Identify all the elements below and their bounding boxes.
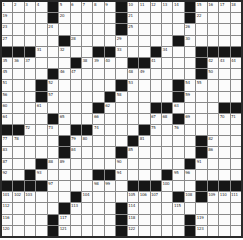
cell-r19c15[interactable] xyxy=(162,203,172,213)
cell-r18c6[interactable] xyxy=(59,192,69,202)
cell-r19c2[interactable] xyxy=(13,203,23,213)
cell-r16c18[interactable] xyxy=(196,170,206,180)
cell-r1c3[interactable]: 3 xyxy=(25,2,35,12)
cell-r18c1[interactable]: 101 xyxy=(2,192,12,202)
cell-r3c20[interactable] xyxy=(219,24,229,34)
cell-r11c19[interactable] xyxy=(208,114,218,124)
cell-r9c19[interactable] xyxy=(208,92,218,102)
cell-r6c3[interactable]: 37 xyxy=(25,58,35,68)
cell-r8c1[interactable]: 51 xyxy=(2,80,12,90)
cell-r1c9[interactable]: 8 xyxy=(93,2,103,12)
cell-r11c1[interactable]: 64 xyxy=(2,114,12,124)
cell-r4c15[interactable] xyxy=(162,36,172,46)
cell-r21c12[interactable]: 122 xyxy=(128,226,138,236)
cell-r19c8[interactable] xyxy=(82,203,92,213)
cell-r21c4[interactable] xyxy=(36,226,46,236)
cell-r19c14[interactable] xyxy=(151,203,161,213)
cell-r21c6[interactable]: 121 xyxy=(59,226,69,236)
cell-r2c16[interactable] xyxy=(173,13,183,23)
cell-r3c2[interactable] xyxy=(13,24,23,34)
cell-r12c12[interactable] xyxy=(128,125,138,135)
cell-r20c10[interactable] xyxy=(105,215,115,225)
cell-r3c12[interactable]: 25 xyxy=(128,24,138,34)
cell-r15c2[interactable] xyxy=(13,159,23,169)
cell-r7c19[interactable]: 50 xyxy=(208,69,218,79)
cell-r15c7[interactable] xyxy=(71,159,81,169)
cell-r2c7[interactable] xyxy=(71,13,81,23)
cell-r19c4[interactable] xyxy=(36,203,46,213)
cell-r10c5[interactable] xyxy=(48,103,58,113)
cell-r19c1[interactable]: 112 xyxy=(2,203,12,213)
cell-r16c20[interactable] xyxy=(219,170,229,180)
cell-r13c5[interactable] xyxy=(48,136,58,146)
cell-r14c9[interactable] xyxy=(93,147,103,157)
cell-r1c15[interactable]: 13 xyxy=(162,2,172,12)
cell-r3c17[interactable]: 26 xyxy=(185,24,195,34)
cell-r17c5[interactable]: 97 xyxy=(48,181,58,191)
cell-r1c10[interactable]: 9 xyxy=(105,2,115,12)
cell-r5c16[interactable] xyxy=(173,47,183,57)
cell-r7c11[interactable] xyxy=(116,69,126,79)
cell-r18c14[interactable]: 107 xyxy=(151,192,161,202)
cell-r13c9[interactable] xyxy=(93,136,103,146)
cell-r6c5[interactable] xyxy=(48,58,58,68)
cell-r3c18[interactable] xyxy=(196,24,206,34)
cell-r7c14[interactable] xyxy=(151,69,161,79)
cell-r9c5[interactable]: 57 xyxy=(48,92,58,102)
cell-r7c21[interactable] xyxy=(231,69,241,79)
cell-r17c7[interactable] xyxy=(71,181,81,191)
cell-r19c19[interactable] xyxy=(208,203,218,213)
cell-r7c15[interactable] xyxy=(162,69,172,79)
cell-r2c13[interactable] xyxy=(139,13,149,23)
cell-r21c9[interactable] xyxy=(93,226,103,236)
cell-r2c8[interactable] xyxy=(82,13,92,23)
cell-r15c16[interactable] xyxy=(173,159,183,169)
cell-r4c14[interactable] xyxy=(151,36,161,46)
cell-r4c10[interactable] xyxy=(105,36,115,46)
cell-r16c19[interactable] xyxy=(208,170,218,180)
cell-r14c14[interactable] xyxy=(151,147,161,157)
cell-r18c17[interactable]: 108 xyxy=(185,192,195,202)
cell-r2c6[interactable]: 20 xyxy=(59,13,69,23)
cell-r11c17[interactable]: 69 xyxy=(185,114,195,124)
cell-r11c4[interactable] xyxy=(36,114,46,124)
cell-r1c8[interactable]: 7 xyxy=(82,2,92,12)
cell-r19c20[interactable] xyxy=(219,203,229,213)
cell-r21c21[interactable] xyxy=(231,226,241,236)
cell-r16c21[interactable] xyxy=(231,170,241,180)
cell-r15c14[interactable] xyxy=(151,159,161,169)
cell-r9c3[interactable] xyxy=(25,92,35,102)
cell-r11c21[interactable]: 71 xyxy=(231,114,241,124)
cell-r13c1[interactable]: 77 xyxy=(2,136,12,146)
cell-r5c11[interactable]: 33 xyxy=(116,47,126,57)
cell-r7c8[interactable] xyxy=(82,69,92,79)
cell-r21c16[interactable] xyxy=(173,226,183,236)
cell-r3c15[interactable] xyxy=(162,24,172,34)
cell-r21c20[interactable] xyxy=(219,226,229,236)
cell-r12c19[interactable] xyxy=(208,125,218,135)
cell-r14c8[interactable] xyxy=(82,147,92,157)
cell-r10c19[interactable] xyxy=(208,103,218,113)
cell-r13c21[interactable] xyxy=(231,136,241,146)
cell-r18c10[interactable] xyxy=(105,192,115,202)
cell-r10c8[interactable] xyxy=(82,103,92,113)
cell-r2c9[interactable] xyxy=(93,13,103,23)
cell-r3c9[interactable] xyxy=(93,24,103,34)
cell-r7c12[interactable]: 48 xyxy=(128,69,138,79)
cell-r6c15[interactable] xyxy=(162,58,172,68)
cell-r11c12[interactable] xyxy=(128,114,138,124)
cell-r13c17[interactable] xyxy=(185,136,195,146)
cell-r9c7[interactable] xyxy=(71,92,81,102)
cell-r14c20[interactable] xyxy=(219,147,229,157)
cell-r20c1[interactable]: 116 xyxy=(2,215,12,225)
cell-r9c13[interactable] xyxy=(139,92,149,102)
cell-r14c10[interactable] xyxy=(105,147,115,157)
cell-r5c6[interactable]: 32 xyxy=(59,47,69,57)
cell-r7c17[interactable] xyxy=(185,69,195,79)
cell-r15c1[interactable]: 87 xyxy=(2,159,12,169)
cell-r3c14[interactable] xyxy=(151,24,161,34)
cell-r13c20[interactable] xyxy=(219,136,229,146)
cell-r3c5[interactable]: 24 xyxy=(48,24,58,34)
cell-r2c12[interactable]: 21 xyxy=(128,13,138,23)
cell-r18c19[interactable]: 109 xyxy=(208,192,218,202)
cell-r16c16[interactable]: 95 xyxy=(173,170,183,180)
cell-r6c16[interactable] xyxy=(173,58,183,68)
cell-r10c12[interactable] xyxy=(128,103,138,113)
cell-r17c8[interactable] xyxy=(82,181,92,191)
cell-r6c9[interactable]: 39 xyxy=(93,58,103,68)
cell-r6c11[interactable] xyxy=(116,58,126,68)
cell-r4c11[interactable]: 29 xyxy=(116,36,126,46)
cell-r13c8[interactable]: 80 xyxy=(82,136,92,146)
cell-r21c15[interactable] xyxy=(162,226,172,236)
cell-r15c20[interactable] xyxy=(219,159,229,169)
cell-r19c13[interactable] xyxy=(139,203,149,213)
cell-r21c8[interactable] xyxy=(82,226,92,236)
cell-r21c2[interactable] xyxy=(13,226,23,236)
cell-r4c1[interactable]: 27 xyxy=(2,36,12,46)
cell-r3c10[interactable] xyxy=(105,24,115,34)
cell-r18c20[interactable]: 110 xyxy=(219,192,229,202)
cell-r17c15[interactable]: 100 xyxy=(162,181,172,191)
cell-r7c6[interactable]: 46 xyxy=(59,69,69,79)
cell-r20c3[interactable] xyxy=(25,215,35,225)
cell-r7c13[interactable]: 49 xyxy=(139,69,149,79)
cell-r6c19[interactable]: 42 xyxy=(208,58,218,68)
cell-r17c9[interactable]: 98 xyxy=(93,181,103,191)
cell-r19c9[interactable] xyxy=(93,203,103,213)
cell-r14c19[interactable]: 86 xyxy=(208,147,218,157)
cell-r6c6[interactable] xyxy=(59,58,69,68)
cell-r7c3[interactable] xyxy=(25,69,35,79)
cell-r13c16[interactable] xyxy=(173,136,183,146)
cell-r3c16[interactable] xyxy=(173,24,183,34)
cell-r2c4[interactable] xyxy=(36,13,46,23)
cell-r20c18[interactable]: 119 xyxy=(196,215,206,225)
cell-r4c5[interactable] xyxy=(48,36,58,46)
cell-r6c14[interactable]: 41 xyxy=(151,58,161,68)
cell-r11c3[interactable] xyxy=(25,114,35,124)
cell-r12c17[interactable] xyxy=(185,125,195,135)
cell-r10c13[interactable] xyxy=(139,103,149,113)
cell-r3c21[interactable] xyxy=(231,24,241,34)
cell-r14c2[interactable] xyxy=(13,147,23,157)
cell-r4c19[interactable] xyxy=(208,36,218,46)
cell-r8c5[interactable]: 52 xyxy=(48,80,58,90)
cell-r1c14[interactable]: 12 xyxy=(151,2,161,12)
cell-r8c18[interactable]: 55 xyxy=(196,80,206,90)
cell-r3c3[interactable] xyxy=(25,24,35,34)
cell-r11c7[interactable] xyxy=(71,114,81,124)
cell-r10c3[interactable] xyxy=(25,103,35,113)
cell-r12c6[interactable] xyxy=(59,125,69,135)
cell-r9c6[interactable] xyxy=(59,92,69,102)
cell-r15c6[interactable]: 89 xyxy=(59,159,69,169)
cell-r17c10[interactable]: 99 xyxy=(105,181,115,191)
cell-r8c13[interactable] xyxy=(139,80,149,90)
cell-r9c20[interactable] xyxy=(219,92,229,102)
cell-r9c1[interactable]: 56 xyxy=(2,92,12,102)
cell-r12c21[interactable] xyxy=(231,125,241,135)
cell-r10c10[interactable]: 62 xyxy=(105,103,115,113)
cell-r10c1[interactable]: 60 xyxy=(2,103,12,113)
cell-r21c19[interactable] xyxy=(208,226,218,236)
cell-r4c13[interactable] xyxy=(139,36,149,46)
cell-r14c13[interactable] xyxy=(139,147,149,157)
cell-r16c6[interactable] xyxy=(59,170,69,180)
cell-r8c14[interactable] xyxy=(151,80,161,90)
cell-r9c8[interactable] xyxy=(82,92,92,102)
cell-r3c19[interactable] xyxy=(208,24,218,34)
cell-r1c16[interactable]: 14 xyxy=(173,2,183,12)
cell-r8c7[interactable] xyxy=(71,80,81,90)
cell-r11c6[interactable]: 65 xyxy=(59,114,69,124)
cell-r16c5[interactable] xyxy=(48,170,58,180)
cell-r18c5[interactable] xyxy=(48,192,58,202)
cell-r12c9[interactable]: 74 xyxy=(93,125,103,135)
cell-r19c5[interactable] xyxy=(48,203,58,213)
cell-r5c4[interactable]: 31 xyxy=(36,47,46,57)
cell-r14c7[interactable]: 84 xyxy=(71,147,81,157)
cell-r4c4[interactable] xyxy=(36,36,46,46)
cell-r7c4[interactable] xyxy=(36,69,46,79)
cell-r15c19[interactable] xyxy=(208,159,218,169)
cell-r6c2[interactable]: 36 xyxy=(13,58,23,68)
cell-r18c13[interactable]: 106 xyxy=(139,192,149,202)
cell-r2c21[interactable] xyxy=(231,13,241,23)
cell-r9c12[interactable] xyxy=(128,92,138,102)
cell-r1c13[interactable]: 11 xyxy=(139,2,149,12)
cell-r18c21[interactable]: 111 xyxy=(231,192,241,202)
cell-r10c6[interactable] xyxy=(59,103,69,113)
cell-r9c15[interactable] xyxy=(162,92,172,102)
cell-r10c17[interactable] xyxy=(185,103,195,113)
cell-r3c8[interactable] xyxy=(82,24,92,34)
cell-r21c1[interactable]: 120 xyxy=(2,226,12,236)
cell-r14c4[interactable] xyxy=(36,147,46,157)
cell-r11c15[interactable]: 68 xyxy=(162,114,172,124)
cell-r15c15[interactable] xyxy=(162,159,172,169)
cell-r11c8[interactable] xyxy=(82,114,92,124)
cell-r15c10[interactable] xyxy=(105,159,115,169)
cell-r12c14[interactable]: 75 xyxy=(151,125,161,135)
cell-r20c16[interactable] xyxy=(173,215,183,225)
cell-r14c16[interactable] xyxy=(173,147,183,157)
cell-r15c13[interactable] xyxy=(139,159,149,169)
cell-r8c19[interactable] xyxy=(208,80,218,90)
cell-r13c19[interactable]: 82 xyxy=(208,136,218,146)
cell-r21c13[interactable] xyxy=(139,226,149,236)
cell-r10c2[interactable] xyxy=(13,103,23,113)
cell-r10c16[interactable]: 63 xyxy=(173,103,183,113)
cell-r2c10[interactable] xyxy=(105,13,115,23)
cell-r17c6[interactable] xyxy=(59,181,69,191)
cell-r15c9[interactable] xyxy=(93,159,103,169)
cell-r16c12[interactable] xyxy=(128,170,138,180)
cell-r4c20[interactable] xyxy=(219,36,229,46)
cell-r2c14[interactable] xyxy=(151,13,161,23)
cell-r7c7[interactable]: 47 xyxy=(71,69,81,79)
cell-r12c18[interactable] xyxy=(196,125,206,135)
cell-r2c3[interactable] xyxy=(25,13,35,23)
cell-r13c7[interactable]: 79 xyxy=(71,136,81,146)
cell-r17c16[interactable] xyxy=(173,181,183,191)
cell-r18c2[interactable]: 102 xyxy=(13,192,23,202)
cell-r8c17[interactable]: 54 xyxy=(185,80,195,90)
cell-r9c9[interactable] xyxy=(93,92,103,102)
cell-r16c14[interactable] xyxy=(151,170,161,180)
cell-r7c16[interactable] xyxy=(173,69,183,79)
cell-r16c8[interactable] xyxy=(82,170,92,180)
cell-r16c11[interactable]: 94 xyxy=(116,170,126,180)
cell-r20c6[interactable]: 117 xyxy=(59,215,69,225)
cell-r12c16[interactable]: 76 xyxy=(173,125,183,135)
cell-r1c20[interactable]: 17 xyxy=(219,2,229,12)
cell-r12c11[interactable] xyxy=(116,125,126,135)
cell-r6c10[interactable]: 40 xyxy=(105,58,115,68)
cell-r7c1[interactable]: 45 xyxy=(2,69,12,79)
cell-r19c10[interactable] xyxy=(105,203,115,213)
cell-r21c10[interactable] xyxy=(105,226,115,236)
cell-r2c2[interactable] xyxy=(13,13,23,23)
cell-r13c4[interactable] xyxy=(36,136,46,146)
cell-r2c19[interactable] xyxy=(208,13,218,23)
cell-r3c13[interactable] xyxy=(139,24,149,34)
cell-r13c3[interactable] xyxy=(25,136,35,146)
cell-r1c6[interactable]: 5 xyxy=(59,2,69,12)
cell-r9c18[interactable] xyxy=(196,92,206,102)
cell-r8c2[interactable] xyxy=(13,80,23,90)
cell-r21c18[interactable]: 123 xyxy=(196,226,206,236)
cell-r11c18[interactable] xyxy=(196,114,206,124)
cell-r1c21[interactable]: 18 xyxy=(231,2,241,12)
cell-r10c4[interactable]: 61 xyxy=(36,103,46,113)
cell-r5c15[interactable]: 34 xyxy=(162,47,172,57)
cell-r8c6[interactable] xyxy=(59,80,69,90)
cell-r18c3[interactable]: 103 xyxy=(25,192,35,202)
cell-r16c7[interactable] xyxy=(71,170,81,180)
cell-r20c19[interactable] xyxy=(208,215,218,225)
cell-r19c7[interactable]: 113 xyxy=(71,203,81,213)
cell-r20c7[interactable] xyxy=(71,215,81,225)
cell-r1c19[interactable]: 16 xyxy=(208,2,218,12)
cell-r3c1[interactable]: 23 xyxy=(2,24,12,34)
cell-r6c20[interactable]: 43 xyxy=(219,58,229,68)
cell-r11c10[interactable] xyxy=(105,114,115,124)
cell-r4c2[interactable] xyxy=(13,36,23,46)
cell-r16c1[interactable]: 92 xyxy=(2,170,12,180)
cell-r1c12[interactable]: 10 xyxy=(128,2,138,12)
cell-r19c21[interactable] xyxy=(231,203,241,213)
cell-r13c10[interactable] xyxy=(105,136,115,146)
cell-r15c8[interactable] xyxy=(82,159,92,169)
cell-r5c7[interactable] xyxy=(71,47,81,57)
cell-r8c8[interactable] xyxy=(82,80,92,90)
cell-r8c12[interactable]: 53 xyxy=(128,80,138,90)
cell-r11c9[interactable]: 66 xyxy=(93,114,103,124)
cell-r19c12[interactable]: 114 xyxy=(128,203,138,213)
cell-r18c4[interactable] xyxy=(36,192,46,202)
cell-r7c2[interactable] xyxy=(13,69,23,79)
cell-r9c21[interactable] xyxy=(231,92,241,102)
cell-r20c21[interactable] xyxy=(231,215,241,225)
cell-r10c18[interactable] xyxy=(196,103,206,113)
cell-r8c15[interactable] xyxy=(162,80,172,90)
cell-r16c4[interactable]: 93 xyxy=(36,170,46,180)
cell-r14c21[interactable] xyxy=(231,147,241,157)
cell-r4c8[interactable] xyxy=(82,36,92,46)
cell-r19c3[interactable] xyxy=(25,203,35,213)
cell-r1c7[interactable]: 6 xyxy=(71,2,81,12)
cell-r5c12[interactable] xyxy=(128,47,138,57)
cell-r13c11[interactable] xyxy=(116,136,126,146)
cell-r16c2[interactable] xyxy=(13,170,23,180)
cell-r14c17[interactable] xyxy=(185,147,195,157)
cell-r15c11[interactable]: 90 xyxy=(116,159,126,169)
cell-r19c18[interactable] xyxy=(196,203,206,213)
cell-r4c21[interactable] xyxy=(231,36,241,46)
cell-r17c11[interactable] xyxy=(116,181,126,191)
cell-r14c3[interactable] xyxy=(25,147,35,157)
cell-r21c7[interactable] xyxy=(71,226,81,236)
cell-r11c20[interactable]: 70 xyxy=(219,114,229,124)
cell-r20c9[interactable] xyxy=(93,215,103,225)
cell-r14c15[interactable] xyxy=(162,147,172,157)
cell-r8c3[interactable] xyxy=(25,80,35,90)
cell-r13c2[interactable]: 78 xyxy=(13,136,23,146)
cell-r5c13[interactable] xyxy=(139,47,149,57)
cell-r2c20[interactable] xyxy=(219,13,229,23)
cell-r20c4[interactable] xyxy=(36,215,46,225)
cell-r19c16[interactable]: 115 xyxy=(173,203,183,213)
cell-r14c1[interactable]: 83 xyxy=(2,147,12,157)
cell-r11c13[interactable] xyxy=(139,114,149,124)
cell-r1c2[interactable]: 2 xyxy=(13,2,23,12)
cell-r1c1[interactable]: 1 xyxy=(2,2,12,12)
cell-r12c15[interactable] xyxy=(162,125,172,135)
cell-r8c21[interactable] xyxy=(231,80,241,90)
cell-r12c4[interactable] xyxy=(36,125,46,135)
cell-r5c17[interactable] xyxy=(185,47,195,57)
cell-r9c2[interactable] xyxy=(13,92,23,102)
cell-r1c4[interactable]: 4 xyxy=(36,2,46,12)
cell-r4c17[interactable]: 30 xyxy=(185,36,195,46)
cell-r12c20[interactable] xyxy=(219,125,229,135)
